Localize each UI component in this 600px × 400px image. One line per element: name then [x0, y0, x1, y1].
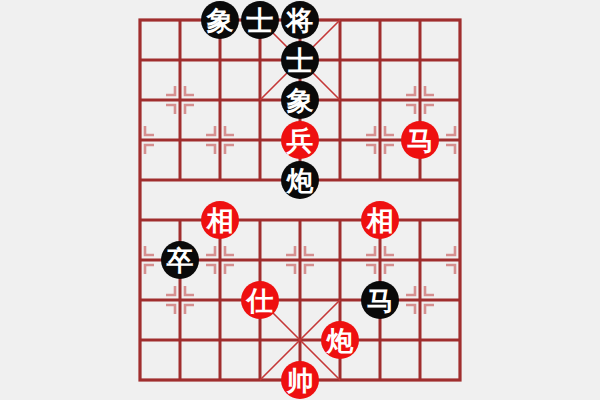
intersection-r0-c8[interactable]	[440, 0, 480, 40]
piece-black-elephant[interactable]: 象	[281, 81, 319, 119]
intersection-r2-c5[interactable]	[320, 80, 360, 120]
intersection-r6-c8[interactable]	[440, 240, 480, 280]
intersection-r6-c6[interactable]	[360, 240, 400, 280]
intersection-r8-c3[interactable]	[240, 320, 280, 360]
intersection-r8-c1[interactable]	[160, 320, 200, 360]
intersection-r6-c1[interactable]: 卒	[160, 240, 200, 280]
intersection-r8-c7[interactable]	[400, 320, 440, 360]
piece-red-soldier[interactable]: 兵	[281, 121, 319, 159]
intersection-r1-c2[interactable]	[200, 40, 240, 80]
intersection-r9-c6[interactable]	[360, 360, 400, 400]
intersection-r7-c4[interactable]	[280, 280, 320, 320]
piece-red-horse[interactable]: 马	[401, 121, 439, 159]
intersection-r1-c3[interactable]	[240, 40, 280, 80]
intersection-r5-c6[interactable]: 相	[360, 200, 400, 240]
piece-black-general[interactable]: 将	[281, 1, 319, 39]
intersection-r7-c2[interactable]	[200, 280, 240, 320]
intersection-r5-c2[interactable]: 相	[200, 200, 240, 240]
intersection-r0-c5[interactable]	[320, 0, 360, 40]
intersection-r3-c5[interactable]	[320, 120, 360, 160]
intersection-r5-c7[interactable]	[400, 200, 440, 240]
piece-red-elephant[interactable]: 相	[201, 201, 239, 239]
intersection-r2-c2[interactable]	[200, 80, 240, 120]
intersection-r1-c1[interactable]	[160, 40, 200, 80]
intersection-r8-c5[interactable]: 炮	[320, 320, 360, 360]
intersection-r6-c0[interactable]	[120, 240, 160, 280]
intersection-r1-c8[interactable]	[440, 40, 480, 80]
intersection-r9-c5[interactable]	[320, 360, 360, 400]
intersection-r5-c8[interactable]	[440, 200, 480, 240]
intersection-r7-c6[interactable]: 马	[360, 280, 400, 320]
piece-black-horse[interactable]: 马	[361, 281, 399, 319]
intersection-r3-c4[interactable]: 兵	[280, 120, 320, 160]
intersection-r4-c1[interactable]	[160, 160, 200, 200]
intersection-r2-c3[interactable]	[240, 80, 280, 120]
intersection-r7-c5[interactable]	[320, 280, 360, 320]
piece-black-advisor[interactable]: 士	[281, 41, 319, 79]
intersection-r5-c4[interactable]	[280, 200, 320, 240]
intersection-r5-c5[interactable]	[320, 200, 360, 240]
intersection-r0-c4[interactable]: 将	[280, 0, 320, 40]
piece-red-cannon[interactable]: 炮	[321, 321, 359, 359]
xiangqi-board: 象士将士象兵马炮相相卒仕马炮帅	[0, 0, 600, 400]
intersection-r7-c3[interactable]: 仕	[240, 280, 280, 320]
intersection-r2-c0[interactable]	[120, 80, 160, 120]
piece-red-advisor[interactable]: 仕	[241, 281, 279, 319]
intersection-r4-c7[interactable]	[400, 160, 440, 200]
intersection-r4-c2[interactable]	[200, 160, 240, 200]
intersection-r6-c4[interactable]	[280, 240, 320, 280]
piece-black-cannon[interactable]: 炮	[281, 161, 319, 199]
intersection-r2-c6[interactable]	[360, 80, 400, 120]
board-grid: 象士将士象兵马炮相相卒仕马炮帅	[120, 0, 480, 400]
piece-black-elephant[interactable]: 象	[201, 1, 239, 39]
intersection-r8-c8[interactable]	[440, 320, 480, 360]
intersection-r6-c7[interactable]	[400, 240, 440, 280]
intersection-r7-c8[interactable]	[440, 280, 480, 320]
piece-black-soldier[interactable]: 卒	[161, 241, 199, 279]
intersection-r6-c5[interactable]	[320, 240, 360, 280]
intersection-r6-c2[interactable]	[200, 240, 240, 280]
intersection-r0-c3[interactable]: 士	[240, 0, 280, 40]
intersection-r4-c3[interactable]	[240, 160, 280, 200]
intersection-r3-c0[interactable]	[120, 120, 160, 160]
intersection-r8-c2[interactable]	[200, 320, 240, 360]
intersection-r1-c0[interactable]	[120, 40, 160, 80]
piece-red-general[interactable]: 帅	[281, 361, 319, 399]
piece-red-elephant[interactable]: 相	[361, 201, 399, 239]
intersection-r2-c4[interactable]: 象	[280, 80, 320, 120]
intersection-r9-c2[interactable]	[200, 360, 240, 400]
intersection-r9-c0[interactable]	[120, 360, 160, 400]
intersection-r0-c2[interactable]: 象	[200, 0, 240, 40]
intersection-r5-c1[interactable]	[160, 200, 200, 240]
intersection-r3-c1[interactable]	[160, 120, 200, 160]
intersection-r8-c4[interactable]	[280, 320, 320, 360]
intersection-r3-c3[interactable]	[240, 120, 280, 160]
intersection-r0-c0[interactable]	[120, 0, 160, 40]
intersection-r4-c5[interactable]	[320, 160, 360, 200]
intersection-r0-c7[interactable]	[400, 0, 440, 40]
intersection-r9-c3[interactable]	[240, 360, 280, 400]
intersection-r3-c7[interactable]: 马	[400, 120, 440, 160]
intersection-r1-c5[interactable]	[320, 40, 360, 80]
intersection-r9-c8[interactable]	[440, 360, 480, 400]
intersection-r8-c6[interactable]	[360, 320, 400, 360]
intersection-r9-c1[interactable]	[160, 360, 200, 400]
intersection-r9-c7[interactable]	[400, 360, 440, 400]
intersection-r5-c0[interactable]	[120, 200, 160, 240]
intersection-r3-c6[interactable]	[360, 120, 400, 160]
intersection-r2-c7[interactable]	[400, 80, 440, 120]
intersection-r1-c7[interactable]	[400, 40, 440, 80]
intersection-r5-c3[interactable]	[240, 200, 280, 240]
intersection-r9-c4[interactable]: 帅	[280, 360, 320, 400]
intersection-r4-c6[interactable]	[360, 160, 400, 200]
intersection-r8-c0[interactable]	[120, 320, 160, 360]
intersection-r1-c6[interactable]	[360, 40, 400, 80]
intersection-r4-c4[interactable]: 炮	[280, 160, 320, 200]
intersection-r1-c4[interactable]: 士	[280, 40, 320, 80]
intersection-r0-c1[interactable]	[160, 0, 200, 40]
intersection-r7-c0[interactable]	[120, 280, 160, 320]
intersection-r7-c7[interactable]	[400, 280, 440, 320]
intersection-r2-c8[interactable]	[440, 80, 480, 120]
intersection-r4-c8[interactable]	[440, 160, 480, 200]
intersection-r3-c2[interactable]	[200, 120, 240, 160]
intersection-r2-c1[interactable]	[160, 80, 200, 120]
intersection-r0-c6[interactable]	[360, 0, 400, 40]
piece-black-advisor[interactable]: 士	[241, 1, 279, 39]
intersection-r7-c1[interactable]	[160, 280, 200, 320]
intersection-r4-c0[interactable]	[120, 160, 160, 200]
intersection-r6-c3[interactable]	[240, 240, 280, 280]
intersection-r3-c8[interactable]	[440, 120, 480, 160]
